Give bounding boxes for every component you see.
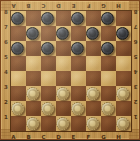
square-a7[interactable]	[11, 26, 26, 41]
file-label-d-bottom: D	[51, 133, 66, 141]
square-a2[interactable]	[11, 101, 26, 116]
piece-dark-a6[interactable]	[11, 42, 24, 55]
square-h8[interactable]	[116, 11, 131, 26]
piece-light-c2[interactable]	[41, 102, 54, 115]
square-h5[interactable]	[116, 56, 131, 71]
square-f3[interactable]	[86, 86, 101, 101]
square-g2[interactable]	[101, 101, 116, 116]
square-d4[interactable]	[56, 71, 71, 86]
file-label-e-bottom: E	[66, 133, 81, 141]
square-g1[interactable]	[101, 116, 116, 131]
square-a6[interactable]	[11, 41, 26, 56]
square-b5[interactable]	[26, 56, 41, 71]
square-h2[interactable]	[116, 101, 131, 116]
square-h4[interactable]	[116, 71, 131, 86]
piece-light-b3[interactable]	[26, 87, 39, 100]
file-label-h-top: H	[111, 2, 126, 10]
piece-light-h1[interactable]	[116, 117, 129, 130]
file-label-c-bottom: C	[36, 133, 51, 141]
square-h3[interactable]	[116, 86, 131, 101]
square-b6[interactable]	[26, 41, 41, 56]
square-g4[interactable]	[101, 71, 116, 86]
square-h6[interactable]	[116, 41, 131, 56]
file-label-h-bottom: H	[111, 133, 126, 141]
square-f4[interactable]	[86, 71, 101, 86]
piece-light-d1[interactable]	[56, 117, 69, 130]
square-d6[interactable]	[56, 41, 71, 56]
square-d2[interactable]	[56, 101, 71, 116]
rank-label-3-right: 3	[131, 80, 140, 94]
piece-dark-a8[interactable]	[11, 12, 24, 25]
piece-dark-d7[interactable]	[56, 27, 69, 40]
piece-dark-c6[interactable]	[41, 42, 54, 55]
piece-dark-e6[interactable]	[71, 42, 84, 55]
square-c2[interactable]	[41, 101, 56, 116]
file-label-g-top: G	[96, 2, 111, 10]
piece-dark-g8[interactable]	[101, 12, 114, 25]
piece-dark-c8[interactable]	[41, 12, 54, 25]
square-g5[interactable]	[101, 56, 116, 71]
square-g3[interactable]	[101, 86, 116, 101]
square-g7[interactable]	[101, 26, 116, 41]
piece-light-h3[interactable]	[116, 87, 129, 100]
square-a5[interactable]	[11, 56, 26, 71]
square-f5[interactable]	[86, 56, 101, 71]
checkers-board: AABBCCDDEEFFGGHH8877665544332211	[0, 0, 140, 140]
square-e7[interactable]	[71, 26, 86, 41]
file-label-f-bottom: F	[81, 133, 96, 141]
square-b2[interactable]	[26, 101, 41, 116]
square-d5[interactable]	[56, 56, 71, 71]
square-e2[interactable]	[71, 101, 86, 116]
square-b8[interactable]	[26, 11, 41, 26]
square-h1[interactable]	[116, 116, 131, 131]
file-label-e-top: E	[66, 2, 81, 10]
square-c5[interactable]	[41, 56, 56, 71]
piece-light-f3[interactable]	[86, 87, 99, 100]
board-grid	[10, 10, 132, 132]
square-b7[interactable]	[26, 26, 41, 41]
file-label-c-top: C	[36, 2, 51, 10]
square-d8[interactable]	[56, 11, 71, 26]
square-f6[interactable]	[86, 41, 101, 56]
piece-light-f1[interactable]	[86, 117, 99, 130]
piece-dark-f7[interactable]	[86, 27, 99, 40]
rank-label-4-right: 4	[131, 65, 140, 79]
square-e6[interactable]	[71, 41, 86, 56]
piece-dark-g6[interactable]	[101, 42, 114, 55]
square-c1[interactable]	[41, 116, 56, 131]
file-label-f-top: F	[81, 2, 96, 10]
file-label-d-top: D	[51, 2, 66, 10]
file-label-g-bottom: G	[96, 133, 111, 141]
rank-label-1-right: 1	[131, 110, 140, 124]
square-a3[interactable]	[11, 86, 26, 101]
square-c4[interactable]	[41, 71, 56, 86]
square-b1[interactable]	[26, 116, 41, 131]
rank-label-5-right: 5	[131, 50, 140, 64]
piece-light-e2[interactable]	[71, 102, 84, 115]
file-label-b-bottom: B	[21, 133, 36, 141]
square-g8[interactable]	[101, 11, 116, 26]
square-d1[interactable]	[56, 116, 71, 131]
square-h7[interactable]	[116, 26, 131, 41]
square-b4[interactable]	[26, 71, 41, 86]
piece-dark-e8[interactable]	[71, 12, 84, 25]
square-f2[interactable]	[86, 101, 101, 116]
square-c6[interactable]	[41, 41, 56, 56]
piece-light-a2[interactable]	[11, 102, 24, 115]
square-a8[interactable]	[11, 11, 26, 26]
square-a1[interactable]	[11, 116, 26, 131]
square-e1[interactable]	[71, 116, 86, 131]
square-f1[interactable]	[86, 116, 101, 131]
piece-light-g2[interactable]	[101, 102, 114, 115]
square-e3[interactable]	[71, 86, 86, 101]
square-d7[interactable]	[56, 26, 71, 41]
file-label-b-top: B	[21, 2, 36, 10]
square-f8[interactable]	[86, 11, 101, 26]
rank-label-6-right: 6	[131, 35, 140, 49]
square-g6[interactable]	[101, 41, 116, 56]
rank-label-7-right: 7	[131, 20, 140, 34]
square-a4[interactable]	[11, 71, 26, 86]
square-e4[interactable]	[71, 71, 86, 86]
piece-dark-b7[interactable]	[26, 27, 39, 40]
piece-dark-h7[interactable]	[116, 27, 129, 40]
square-c3[interactable]	[41, 86, 56, 101]
piece-light-b1[interactable]	[26, 117, 39, 130]
square-e5[interactable]	[71, 56, 86, 71]
rank-label-2-right: 2	[131, 95, 140, 109]
square-d3[interactable]	[56, 86, 71, 101]
piece-light-d3[interactable]	[56, 87, 69, 100]
square-c8[interactable]	[41, 11, 56, 26]
square-b3[interactable]	[26, 86, 41, 101]
square-e8[interactable]	[71, 11, 86, 26]
square-f7[interactable]	[86, 26, 101, 41]
square-c7[interactable]	[41, 26, 56, 41]
